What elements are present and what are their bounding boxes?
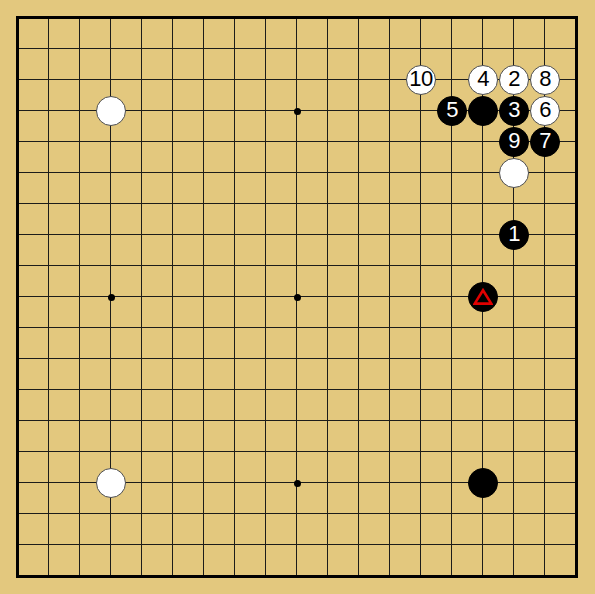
star-point [294, 480, 301, 487]
stone[interactable]: 7 [530, 127, 560, 157]
stone-number: 5 [446, 99, 458, 121]
stone-number: 2 [508, 68, 520, 90]
stone-number: 6 [539, 99, 551, 121]
go-board[interactable]: 12345678910 [0, 0, 595, 594]
stone[interactable]: 8 [530, 65, 560, 95]
stone-number: 9 [508, 130, 520, 152]
stone[interactable] [96, 468, 126, 498]
stone[interactable] [468, 282, 498, 312]
stone-number: 3 [508, 99, 520, 121]
stone[interactable] [499, 158, 529, 188]
stone-number: 7 [539, 130, 551, 152]
stone[interactable]: 10 [406, 65, 436, 95]
stone-number: 1 [508, 223, 520, 245]
stone[interactable] [96, 96, 126, 126]
star-point [108, 294, 115, 301]
stone-number: 4 [477, 68, 489, 90]
go-diagram: 12345678910 [0, 0, 595, 594]
stone[interactable]: 2 [499, 65, 529, 95]
stone[interactable]: 4 [468, 65, 498, 95]
stone-number: 10 [409, 68, 432, 90]
stone-number: 8 [539, 68, 551, 90]
stone[interactable]: 9 [499, 127, 529, 157]
stone[interactable]: 6 [530, 96, 560, 126]
star-point [294, 108, 301, 115]
triangle-mark-icon [473, 288, 493, 306]
stone[interactable] [468, 468, 498, 498]
star-point [294, 294, 301, 301]
stone[interactable] [468, 96, 498, 126]
stone[interactable]: 1 [499, 220, 529, 250]
stone[interactable]: 5 [437, 96, 467, 126]
stone[interactable]: 3 [499, 96, 529, 126]
